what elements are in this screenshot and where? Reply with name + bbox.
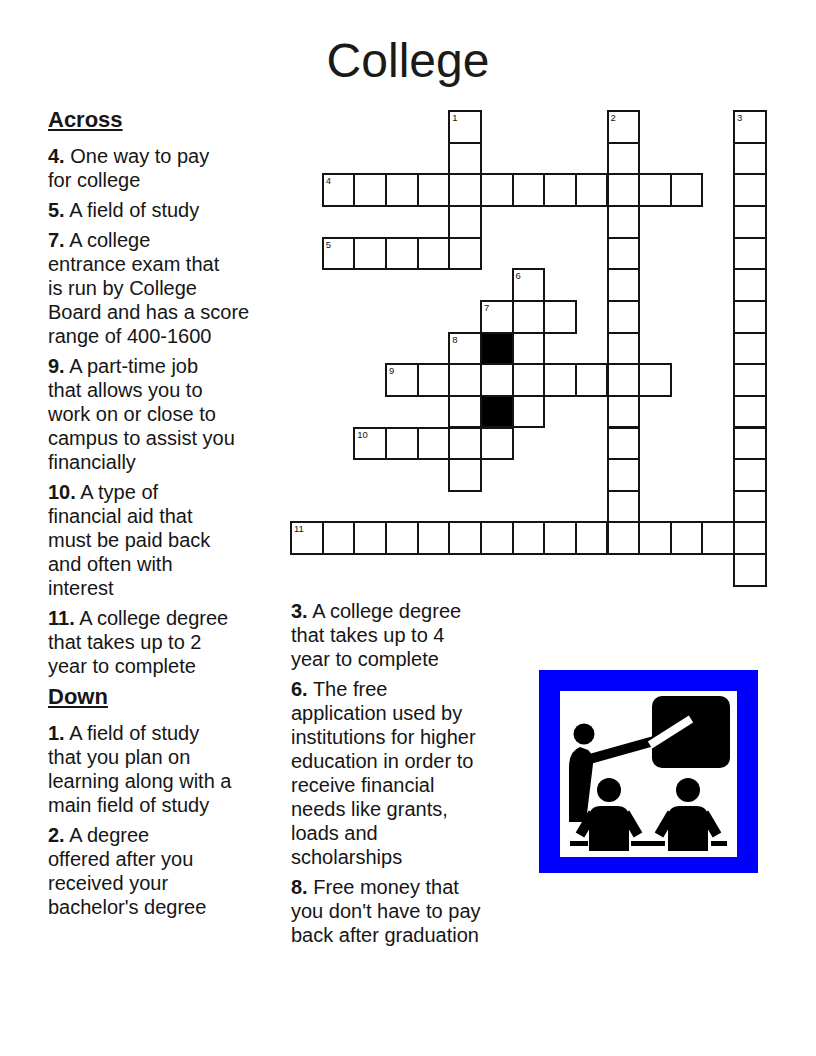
grid-cell[interactable]: [607, 205, 641, 239]
grid-cell[interactable]: [701, 521, 735, 555]
grid-cell[interactable]: [448, 205, 482, 239]
grid-cell[interactable]: [543, 363, 577, 397]
grid-cell[interactable]: [733, 205, 767, 239]
grid-cell[interactable]: [543, 521, 577, 555]
grid-cell[interactable]: [353, 173, 387, 207]
grid-cell[interactable]: [448, 237, 482, 271]
grid-cell[interactable]: [733, 173, 767, 207]
grid-cell[interactable]: [575, 363, 609, 397]
clue-down-2: 2. A degree offered after you received y…: [48, 823, 249, 919]
cell-number: 9: [389, 365, 394, 376]
cell-number: 10: [357, 429, 368, 440]
grid-cell[interactable]: [638, 363, 672, 397]
grid-cell[interactable]: [448, 142, 482, 176]
grid-cell[interactable]: [512, 363, 546, 397]
clue-number: 11.: [48, 607, 75, 629]
grid-cell[interactable]: [670, 521, 704, 555]
grid-cell[interactable]: [353, 237, 387, 271]
grid-cell[interactable]: [385, 521, 419, 555]
grid-cell[interactable]: 2: [607, 110, 641, 144]
clue-across-7: 7. A college entrance exam that is run b…: [48, 228, 249, 348]
grid-cell[interactable]: [543, 173, 577, 207]
grid-cell[interactable]: [417, 363, 451, 397]
grid-cell[interactable]: 10: [353, 427, 387, 461]
grid-cell[interactable]: [448, 363, 482, 397]
clue-text: A field of study: [69, 199, 199, 221]
clue-number: 5.: [48, 199, 65, 221]
cell-number: 1: [452, 112, 457, 123]
grid-cell[interactable]: [733, 553, 767, 587]
student-body-icon: [668, 806, 708, 851]
teacher-head-icon: [574, 724, 595, 745]
grid-cell[interactable]: [512, 173, 546, 207]
clue-text: A part-time job that allows you to work …: [48, 355, 235, 473]
clue-text: One way to pay for college: [48, 145, 209, 191]
cell-number: 3: [737, 112, 742, 123]
clue-number: 4.: [48, 145, 65, 167]
grid-cell[interactable]: [448, 427, 482, 461]
grid-cell[interactable]: [480, 363, 514, 397]
clue-text: The free application used by institution…: [291, 678, 476, 868]
student-head-icon: [597, 778, 621, 802]
clue-across-11: 11. A college degree that takes up to 2 …: [48, 606, 249, 678]
grid-cell[interactable]: [607, 300, 641, 334]
grid-cell[interactable]: [607, 427, 641, 461]
grid-cell[interactable]: [607, 173, 641, 207]
page: { "game": "crossword", "title": "College…: [0, 0, 816, 1056]
student-body-icon: [589, 806, 629, 851]
clue-number: 6.: [291, 678, 308, 700]
grid-cell[interactable]: [733, 395, 767, 429]
classroom-pictogram: [560, 691, 737, 857]
grid-cell[interactable]: [385, 173, 419, 207]
grid-cell[interactable]: 9: [385, 363, 419, 397]
black-cell: [480, 395, 514, 429]
left-clue-column: Across 4. One way to pay for college 5. …: [48, 107, 249, 925]
clue-number: 9.: [48, 355, 65, 377]
desk-line-icon: [631, 841, 665, 846]
grid-cell[interactable]: [733, 268, 767, 302]
desk-line-icon: [570, 841, 588, 846]
grid-cell[interactable]: [448, 458, 482, 492]
crossword-grid: 1234567891011: [290, 110, 768, 588]
grid-cell[interactable]: [607, 332, 641, 366]
grid-cell[interactable]: [448, 173, 482, 207]
grid-cell[interactable]: [448, 395, 482, 429]
grid-cell[interactable]: [733, 490, 767, 524]
clue-number: 2.: [48, 824, 65, 846]
clue-text: A field of study that you plan on learni…: [48, 722, 231, 816]
clue-across-5: 5. A field of study: [48, 198, 249, 222]
student-head-icon: [676, 778, 700, 802]
grid-cell[interactable]: [480, 521, 514, 555]
clue-number: 3.: [291, 600, 308, 622]
grid-cell[interactable]: [385, 237, 419, 271]
black-cell: [480, 332, 514, 366]
grid-cell[interactable]: [607, 142, 641, 176]
grid-cell[interactable]: [638, 173, 672, 207]
clue-text: A degree offered after you received your…: [48, 824, 206, 918]
grid-cell[interactable]: [733, 300, 767, 334]
clue-number: 10.: [48, 481, 76, 503]
cell-number: 2: [611, 112, 616, 123]
clue-number: 7.: [48, 229, 65, 251]
grid-cell[interactable]: 3: [733, 110, 767, 144]
grid-cell[interactable]: [670, 173, 704, 207]
clue-text: A college degree that takes up to 2 year…: [48, 607, 228, 677]
grid-cell[interactable]: 7: [480, 300, 514, 334]
grid-cell[interactable]: 6: [512, 268, 546, 302]
grid-cell[interactable]: [607, 490, 641, 524]
clue-down-3: 3. A college degree that takes up to 4 y…: [291, 599, 481, 671]
grid-cell[interactable]: [733, 237, 767, 271]
grid-cell[interactable]: [385, 427, 419, 461]
grid-cell[interactable]: [607, 363, 641, 397]
grid-cell[interactable]: [512, 332, 546, 366]
puzzle-title: College: [0, 33, 816, 89]
grid-cell[interactable]: [543, 300, 577, 334]
clue-down-1: 1. A field of study that you plan on lea…: [48, 721, 249, 817]
grid-cell[interactable]: 8: [448, 332, 482, 366]
grid-cell[interactable]: [417, 237, 451, 271]
grid-cell[interactable]: [733, 427, 767, 461]
cell-number: 8: [452, 334, 457, 345]
clue-text: A college entrance exam that is run by C…: [48, 229, 249, 347]
grid-cell[interactable]: [575, 521, 609, 555]
grid-cell[interactable]: [733, 521, 767, 555]
clue-number: 8.: [291, 876, 308, 898]
grid-cell[interactable]: [607, 395, 641, 429]
grid-cell[interactable]: [417, 173, 451, 207]
grid-cell[interactable]: [512, 521, 546, 555]
grid-cell[interactable]: [733, 142, 767, 176]
cell-number: 6: [516, 270, 521, 281]
teacher-arm-icon: [586, 741, 654, 760]
grid-cell[interactable]: [322, 521, 356, 555]
grid-cell[interactable]: [607, 521, 641, 555]
grid-cell[interactable]: [448, 521, 482, 555]
cell-number: 11: [294, 523, 304, 534]
grid-cell[interactable]: [480, 427, 514, 461]
grid-cell[interactable]: [417, 427, 451, 461]
grid-cell[interactable]: 4: [322, 173, 356, 207]
grid-cell[interactable]: [733, 332, 767, 366]
grid-cell[interactable]: [575, 173, 609, 207]
clue-down-6: 6. The free application used by institut…: [291, 677, 481, 869]
grid-cell[interactable]: [353, 521, 387, 555]
clue-text: Free money that you don't have to pay ba…: [291, 876, 481, 946]
cell-number: 4: [326, 175, 331, 186]
grid-cell[interactable]: [480, 173, 514, 207]
grid-cell[interactable]: [733, 458, 767, 492]
clue-across-4: 4. One way to pay for college: [48, 144, 249, 192]
cell-number: 7: [484, 302, 489, 313]
cell-number: 5: [326, 239, 331, 250]
clue-number: 1.: [48, 722, 65, 744]
grid-cell[interactable]: 11: [290, 521, 324, 555]
desk-line-icon: [711, 841, 727, 846]
grid-cell[interactable]: [512, 300, 546, 334]
clue-down-8: 8. Free money that you don't have to pay…: [291, 875, 481, 947]
grid-cell[interactable]: 1: [448, 110, 482, 144]
clue-across-10: 10. A type of financial aid that must be…: [48, 480, 249, 600]
down-heading: Down: [48, 684, 249, 709]
grid-cell[interactable]: [607, 268, 641, 302]
across-heading: Across: [48, 107, 249, 132]
illustration-background: [560, 691, 737, 857]
grid-cell[interactable]: [733, 363, 767, 397]
grid-cell[interactable]: [417, 521, 451, 555]
grid-cell[interactable]: [607, 458, 641, 492]
grid-cell[interactable]: [638, 521, 672, 555]
clue-across-9: 9. A part-time job that allows you to wo…: [48, 354, 249, 474]
middle-clue-column: 3. A college degree that takes up to 4 y…: [291, 599, 481, 953]
classroom-illustration: [539, 670, 758, 873]
grid-cell[interactable]: 5: [322, 237, 356, 271]
clue-text: A college degree that takes up to 4 year…: [291, 600, 461, 670]
grid-cell[interactable]: [607, 237, 641, 271]
grid-cell[interactable]: [512, 395, 546, 429]
